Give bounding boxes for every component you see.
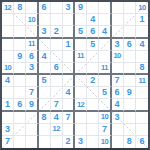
cell-r8c9[interactable]: 5 — [99, 87, 111, 99]
cell-r5c11[interactable] — [124, 51, 136, 63]
cell-r5c4[interactable]: 4 — [39, 51, 51, 63]
given-digit: 4 — [5, 76, 10, 85]
cell-r1c5[interactable] — [51, 2, 63, 14]
given-digit: 7 — [102, 125, 107, 134]
cell-r7c10[interactable]: 7 — [112, 75, 124, 87]
cell-r1c7[interactable]: 9 — [75, 2, 87, 14]
given-digit: 8 — [17, 3, 22, 12]
cell-r11c7[interactable] — [75, 124, 87, 136]
given-digit: 3 — [115, 40, 120, 49]
cell-r10c2[interactable] — [14, 112, 26, 124]
given-digit: 11 — [28, 40, 35, 48]
cell-r8c10[interactable]: 6 — [112, 87, 124, 99]
cell-r9c2[interactable]: 6 — [14, 99, 26, 111]
cell-r6c10[interactable] — [112, 63, 124, 75]
given-digit: 6 — [29, 52, 34, 61]
cell-r3c6[interactable] — [63, 26, 75, 38]
cell-r12c4[interactable] — [39, 136, 51, 148]
cell-r6c2[interactable] — [14, 63, 26, 75]
cell-r11c9[interactable]: 7 — [99, 124, 111, 136]
given-digit: 12 — [53, 125, 60, 133]
given-digit: 7 — [65, 113, 70, 122]
given-digit: 10 — [101, 113, 108, 121]
given-digit: 4 — [90, 15, 95, 24]
cell-r6c4[interactable] — [39, 63, 51, 75]
cell-r7c7[interactable] — [75, 75, 87, 87]
cell-r7c12[interactable]: 11 — [136, 75, 148, 87]
cell-r12c5[interactable] — [51, 136, 63, 148]
cell-r4c3[interactable]: 11 — [26, 39, 38, 51]
given-digit: 1 — [65, 40, 70, 49]
cell-r12c9[interactable]: 10 — [99, 136, 111, 148]
cell-r4c4[interactable] — [39, 39, 51, 51]
cell-r1c9[interactable] — [99, 2, 111, 14]
cell-r2c3[interactable]: 10 — [26, 14, 38, 26]
cell-r11c8[interactable] — [87, 124, 99, 136]
cell-r10c1[interactable] — [2, 112, 14, 124]
given-digit: 12 — [77, 101, 84, 109]
cell-r2c4[interactable] — [39, 14, 51, 26]
cell-r8c12[interactable] — [136, 87, 148, 99]
cell-r4c11[interactable]: 6 — [124, 39, 136, 51]
cell-r9c5[interactable]: 7 — [51, 99, 63, 111]
given-digit: 11 — [138, 77, 145, 85]
cell-r6c7[interactable] — [75, 63, 87, 75]
given-digit: 5 — [90, 40, 95, 49]
given-digit: 6 — [127, 40, 132, 49]
given-digit: 8 — [139, 63, 144, 72]
cell-r12c12[interactable]: 6 — [136, 136, 148, 148]
cell-r11c5[interactable]: 12 — [51, 124, 63, 136]
given-digit: 7 — [115, 76, 120, 85]
cell-r7c4[interactable]: 5 — [39, 75, 51, 87]
given-digit: 4 — [54, 113, 59, 122]
given-digit: 4 — [139, 40, 144, 49]
cell-r10c7[interactable] — [75, 112, 87, 124]
given-digit: 6 — [54, 63, 59, 72]
cell-r3c5[interactable]: 2 — [51, 26, 63, 38]
cell-r5c12[interactable] — [136, 51, 148, 63]
cell-r4c2[interactable] — [14, 39, 26, 51]
cell-r5c5[interactable] — [51, 51, 63, 63]
cell-r8c7[interactable] — [75, 87, 87, 99]
cell-r1c6[interactable]: 3 — [63, 2, 75, 14]
cell-r9c6[interactable] — [63, 99, 75, 111]
cell-r11c1[interactable]: 3 — [2, 124, 14, 136]
cell-r2c7[interactable] — [75, 14, 87, 26]
given-digit: 10 — [4, 64, 11, 72]
given-digit: 7 — [5, 137, 10, 146]
given-digit: 6 — [42, 3, 47, 12]
cell-r3c10[interactable] — [112, 26, 124, 38]
cell-r2c8[interactable]: 4 — [87, 14, 99, 26]
given-digit: 6 — [115, 88, 120, 97]
given-digit: 2 — [54, 27, 59, 36]
sudoku-grid: 1286391010413256411153649641110103611845… — [2, 2, 148, 148]
cell-r8c8[interactable] — [87, 87, 99, 99]
cell-r2c2[interactable] — [14, 14, 26, 26]
given-digit: 2 — [90, 76, 95, 85]
cell-r1c12[interactable]: 10 — [136, 2, 148, 14]
cell-r3c4[interactable]: 3 — [39, 26, 51, 38]
cell-r7c9[interactable] — [99, 75, 111, 87]
given-digit: 12 — [4, 4, 11, 12]
cell-r7c8[interactable]: 2 — [87, 75, 99, 87]
given-digit: 10 — [28, 16, 35, 24]
given-digit: 9 — [17, 52, 22, 61]
cell-r1c2[interactable]: 8 — [14, 2, 26, 14]
given-digit: 5 — [78, 27, 83, 36]
given-digit: 8 — [42, 113, 47, 122]
cell-r7c5[interactable] — [51, 75, 63, 87]
given-digit: 5 — [42, 76, 47, 85]
given-digit: 6 — [139, 137, 144, 146]
cell-r1c1[interactable]: 12 — [2, 2, 14, 14]
cell-r7c6[interactable] — [63, 75, 75, 87]
given-digit: 3 — [5, 125, 10, 134]
cell-r9c9[interactable] — [99, 99, 111, 111]
cell-r8c3[interactable]: 7 — [26, 87, 38, 99]
cell-r10c9[interactable]: 10 — [99, 112, 111, 124]
cell-r3c9[interactable]: 4 — [99, 26, 111, 38]
cell-r9c10[interactable]: 4 — [112, 99, 124, 111]
cell-r12c10[interactable] — [112, 136, 124, 148]
given-digit: 4 — [65, 88, 70, 97]
cell-r11c11[interactable] — [124, 124, 136, 136]
cell-r9c4[interactable] — [39, 99, 51, 111]
cell-r5c10[interactable]: 10 — [112, 51, 124, 63]
cell-r12c1[interactable]: 7 — [2, 136, 14, 148]
cell-r2c10[interactable] — [112, 14, 124, 26]
cell-r7c1[interactable]: 4 — [2, 75, 14, 87]
given-digit: 10 — [113, 52, 120, 60]
cell-r6c9[interactable]: 11 — [99, 63, 111, 75]
cell-r10c5[interactable]: 4 — [51, 112, 63, 124]
given-digit: 6 — [90, 27, 95, 36]
given-digit: 3 — [115, 113, 120, 122]
cell-r9c12[interactable] — [136, 99, 148, 111]
given-digit: 4 — [102, 27, 107, 36]
cell-r7c11[interactable] — [124, 75, 136, 87]
cell-r3c8[interactable]: 6 — [87, 26, 99, 38]
cell-r9c11[interactable] — [124, 99, 136, 111]
given-digit: 9 — [78, 3, 83, 12]
cell-r12c6[interactable]: 2 — [63, 136, 75, 148]
cell-r8c5[interactable] — [51, 87, 63, 99]
cell-r5c1[interactable] — [2, 51, 14, 63]
cell-r4c7[interactable] — [75, 39, 87, 51]
given-digit: 3 — [78, 137, 83, 146]
cell-r2c9[interactable] — [99, 14, 111, 26]
given-digit: 4 — [42, 52, 47, 61]
cell-r4c5[interactable] — [51, 39, 63, 51]
cell-r3c7[interactable]: 5 — [75, 26, 87, 38]
cell-r2c5[interactable] — [51, 14, 63, 26]
given-digit: 10 — [101, 138, 108, 146]
cell-r3c2[interactable] — [14, 26, 26, 38]
cell-r4c6[interactable]: 1 — [63, 39, 75, 51]
cell-r5c8[interactable] — [87, 51, 99, 63]
cell-r9c7[interactable]: 12 — [75, 99, 87, 111]
cell-r6c12[interactable]: 8 — [136, 63, 148, 75]
cell-r2c12[interactable]: 1 — [136, 14, 148, 26]
cell-r1c11[interactable] — [124, 2, 136, 14]
cell-r11c6[interactable] — [63, 124, 75, 136]
cell-r5c6[interactable] — [63, 51, 75, 63]
given-digit: 8 — [127, 137, 132, 146]
cell-r10c11[interactable] — [124, 112, 136, 124]
given-digit: 7 — [54, 100, 59, 109]
cell-r5c3[interactable]: 6 — [26, 51, 38, 63]
cell-r1c3[interactable] — [26, 2, 38, 14]
cell-r8c2[interactable] — [14, 87, 26, 99]
cell-r11c12[interactable] — [136, 124, 148, 136]
given-digit: 4 — [115, 100, 120, 109]
cell-r9c1[interactable]: 1 — [2, 99, 14, 111]
given-digit: 3 — [29, 63, 34, 72]
cell-r12c8[interactable] — [87, 136, 99, 148]
cell-r10c12[interactable] — [136, 112, 148, 124]
cell-r1c8[interactable] — [87, 2, 99, 14]
cell-r4c1[interactable] — [2, 39, 14, 51]
cell-r1c4[interactable]: 6 — [39, 2, 51, 14]
given-digit: 3 — [42, 27, 47, 36]
cell-r10c6[interactable]: 7 — [63, 112, 75, 124]
cell-r11c2[interactable] — [14, 124, 26, 136]
cell-r12c2[interactable] — [14, 136, 26, 148]
cell-r10c8[interactable] — [87, 112, 99, 124]
cell-r7c2[interactable] — [14, 75, 26, 87]
given-digit: 11 — [77, 52, 84, 60]
cell-r11c10[interactable] — [112, 124, 124, 136]
cell-r8c6[interactable]: 4 — [63, 87, 75, 99]
cell-r8c1[interactable] — [2, 87, 14, 99]
given-digit: 9 — [127, 88, 132, 97]
cell-r10c3[interactable] — [26, 112, 38, 124]
cell-r10c10[interactable]: 3 — [112, 112, 124, 124]
cell-r12c3[interactable] — [26, 136, 38, 148]
cell-r11c4[interactable] — [39, 124, 51, 136]
cell-r5c2[interactable]: 9 — [14, 51, 26, 63]
cell-r3c3[interactable] — [26, 26, 38, 38]
cell-r12c7[interactable]: 3 — [75, 136, 87, 148]
cell-r8c4[interactable] — [39, 87, 51, 99]
cell-r5c7[interactable]: 11 — [75, 51, 87, 63]
given-digit: 7 — [29, 88, 34, 97]
cell-r8c11[interactable]: 9 — [124, 87, 136, 99]
cell-r6c1[interactable]: 10 — [2, 63, 14, 75]
cell-r7c3[interactable] — [26, 75, 38, 87]
cell-r4c10[interactable]: 3 — [112, 39, 124, 51]
given-digit: 2 — [65, 137, 70, 146]
sudoku-board: 1286391010413256411153649641110103611845… — [0, 0, 150, 150]
cell-r6c5[interactable]: 6 — [51, 63, 63, 75]
given-digit: 3 — [65, 3, 70, 12]
cell-r4c12[interactable]: 4 — [136, 39, 148, 51]
given-digit: 1 — [139, 15, 144, 24]
cell-r3c11[interactable] — [124, 26, 136, 38]
cell-r10c4[interactable]: 8 — [39, 112, 51, 124]
cell-r6c11[interactable] — [124, 63, 136, 75]
cell-r12c11[interactable]: 8 — [124, 136, 136, 148]
cell-r6c6[interactable] — [63, 63, 75, 75]
cell-r9c3[interactable]: 9 — [26, 99, 38, 111]
given-digit: 10 — [138, 4, 145, 12]
cell-r3c12[interactable] — [136, 26, 148, 38]
cell-r5c9[interactable] — [99, 51, 111, 63]
cell-r2c6[interactable] — [63, 14, 75, 26]
cell-r6c3[interactable]: 3 — [26, 63, 38, 75]
given-digit: 9 — [29, 100, 34, 109]
cell-r3c1[interactable] — [2, 26, 14, 38]
cell-r4c8[interactable]: 5 — [87, 39, 99, 51]
cell-r11c3[interactable] — [26, 124, 38, 136]
cell-r2c1[interactable] — [2, 14, 14, 26]
given-digit: 1 — [5, 100, 10, 109]
cell-r6c8[interactable] — [87, 63, 99, 75]
given-digit: 6 — [17, 100, 22, 109]
given-digit: 11 — [101, 64, 108, 72]
cell-r4c9[interactable] — [99, 39, 111, 51]
given-digit: 5 — [102, 88, 107, 97]
cell-r1c10[interactable] — [112, 2, 124, 14]
cell-r2c11[interactable] — [124, 14, 136, 26]
cell-r9c8[interactable] — [87, 99, 99, 111]
